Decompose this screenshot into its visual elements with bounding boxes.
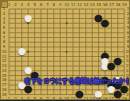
go-board-screen: ●●●●●●●●●●●●●●●●●●●●●● 12345678910111213… — [0, 0, 130, 100]
coordinate-label: 18 — [115, 3, 120, 7]
coordinate-label: 13 — [83, 97, 88, 101]
coordinate-label: 19 — [122, 97, 127, 101]
coordinate-label: 8 — [53, 97, 55, 101]
coordinate-label: 14 — [90, 97, 95, 101]
coordinate-label: 19 — [2, 93, 7, 97]
coordinate-label: 7 — [46, 3, 48, 7]
coordinate-label: 10 — [64, 97, 69, 101]
coordinate-label: 1 — [8, 3, 10, 7]
coordinate-label: 13 — [83, 3, 88, 7]
coordinate-label: 6 — [40, 3, 42, 7]
coordinate-label: 6 — [40, 97, 42, 101]
coordinate-label: 8 — [53, 3, 55, 7]
coordinate-label: 2 — [14, 97, 16, 101]
coordinate-label: 9 — [59, 3, 61, 7]
kibitz-comment-text: 右下をコウにする意味は無かったかも — [24, 77, 130, 85]
coordinate-label: 5 — [33, 97, 35, 101]
coordinate-label: 12 — [77, 97, 82, 101]
coordinate-label: 3 — [21, 3, 23, 7]
coordinate-label: 14 — [90, 3, 95, 7]
coordinate-label: 15 — [96, 3, 101, 7]
coordinate-label: 3 — [21, 97, 23, 101]
coordinate-label: 11 — [71, 97, 76, 101]
coordinate-label: 15 — [96, 97, 101, 101]
coordinate-label: 16 — [103, 3, 108, 7]
coordinate-label: 2 — [14, 3, 16, 7]
coordinate-label: 12 — [77, 3, 82, 7]
coordinate-label: 4 — [27, 97, 29, 101]
coordinate-label: 11 — [71, 3, 76, 7]
coordinate-label: 17 — [109, 3, 114, 7]
coordinate-label: 4 — [27, 3, 29, 7]
coordinate-label: 1 — [8, 97, 10, 101]
coordinate-label: 5 — [33, 3, 35, 7]
coordinate-label: 10 — [64, 3, 69, 7]
coordinate-label: 16 — [103, 97, 108, 101]
coordinate-label: 9 — [59, 97, 61, 101]
coordinate-label: 7 — [46, 97, 48, 101]
coordinate-label: 18 — [115, 97, 120, 101]
coordinate-label: 17 — [109, 97, 114, 101]
